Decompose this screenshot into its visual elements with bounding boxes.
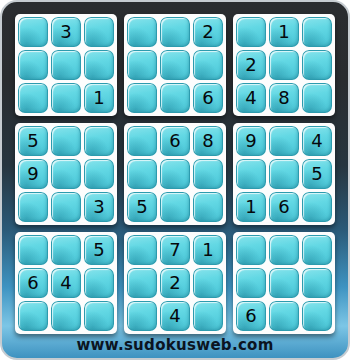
sudoku-cell-empty[interactable] — [84, 159, 114, 189]
sudoku-cell-empty[interactable] — [127, 268, 157, 298]
sudoku-cell-given[interactable]: 5 — [302, 159, 332, 189]
sudoku-cell-empty[interactable] — [127, 301, 157, 331]
sudoku-cell-empty[interactable] — [160, 192, 190, 222]
sudoku-cell-given[interactable]: 9 — [18, 159, 48, 189]
sudoku-cell-empty[interactable] — [84, 50, 114, 80]
sudoku-cell-empty[interactable] — [302, 192, 332, 222]
sudoku-cell-empty[interactable] — [160, 159, 190, 189]
sudoku-cell-given[interactable]: 9 — [236, 126, 266, 156]
sudoku-cell-empty[interactable] — [269, 50, 299, 80]
sudoku-cell-given[interactable]: 1 — [84, 83, 114, 113]
sudoku-cell-empty[interactable] — [160, 83, 190, 113]
sudoku-cell-empty[interactable] — [269, 268, 299, 298]
sudoku-cell-given[interactable]: 4 — [51, 268, 81, 298]
sudoku-cell-empty[interactable] — [84, 17, 114, 47]
sudoku-box: 7124 — [124, 232, 226, 334]
sudoku-cell-empty[interactable] — [302, 268, 332, 298]
sudoku-box: 26 — [124, 14, 226, 116]
sudoku-cell-empty[interactable] — [160, 17, 190, 47]
sudoku-box: 593 — [15, 123, 117, 225]
sudoku-board: 312612485936859451656471246 www.sudokusw… — [0, 0, 350, 360]
sudoku-cell-given[interactable]: 4 — [160, 301, 190, 331]
sudoku-box: 31 — [15, 14, 117, 116]
sudoku-cell-empty[interactable] — [236, 268, 266, 298]
sudoku-cell-empty[interactable] — [302, 301, 332, 331]
sudoku-cell-empty[interactable] — [193, 50, 223, 80]
sudoku-cell-empty[interactable] — [127, 159, 157, 189]
sudoku-cell-empty[interactable] — [84, 126, 114, 156]
sudoku-cell-given[interactable]: 6 — [236, 301, 266, 331]
sudoku-cell-given[interactable]: 5 — [18, 126, 48, 156]
sudoku-cell-given[interactable]: 2 — [160, 268, 190, 298]
sudoku-cell-given[interactable]: 6 — [193, 83, 223, 113]
sudoku-cell-empty[interactable] — [127, 235, 157, 265]
sudoku-cell-empty[interactable] — [160, 50, 190, 80]
sudoku-cell-given[interactable]: 2 — [236, 50, 266, 80]
sudoku-cell-given[interactable]: 5 — [127, 192, 157, 222]
sudoku-cell-given[interactable]: 6 — [269, 192, 299, 222]
sudoku-cell-given[interactable]: 8 — [269, 83, 299, 113]
sudoku-cell-empty[interactable] — [193, 301, 223, 331]
sudoku-cell-given[interactable]: 8 — [193, 126, 223, 156]
sudoku-cell-empty[interactable] — [18, 83, 48, 113]
sudoku-cell-given[interactable]: 3 — [84, 192, 114, 222]
sudoku-cell-empty[interactable] — [269, 235, 299, 265]
sudoku-cell-empty[interactable] — [302, 50, 332, 80]
sudoku-cell-empty[interactable] — [127, 50, 157, 80]
sudoku-cell-given[interactable]: 4 — [302, 126, 332, 156]
sudoku-cell-empty[interactable] — [51, 83, 81, 113]
sudoku-cell-empty[interactable] — [51, 159, 81, 189]
sudoku-cell-given[interactable]: 4 — [236, 83, 266, 113]
sudoku-cell-given[interactable]: 7 — [160, 235, 190, 265]
sudoku-cell-empty[interactable] — [18, 235, 48, 265]
sudoku-box: 685 — [124, 123, 226, 225]
sudoku-cell-given[interactable]: 2 — [193, 17, 223, 47]
site-url: www.sudokusweb.com — [2, 334, 348, 358]
sudoku-cell-empty[interactable] — [193, 192, 223, 222]
sudoku-cell-empty[interactable] — [193, 268, 223, 298]
sudoku-cell-given[interactable]: 6 — [18, 268, 48, 298]
sudoku-cell-empty[interactable] — [269, 301, 299, 331]
sudoku-cell-empty[interactable] — [236, 159, 266, 189]
sudoku-cell-given[interactable]: 5 — [84, 235, 114, 265]
sudoku-cell-empty[interactable] — [236, 17, 266, 47]
sudoku-cell-empty[interactable] — [127, 83, 157, 113]
sudoku-cell-given[interactable]: 1 — [193, 235, 223, 265]
sudoku-cell-empty[interactable] — [51, 126, 81, 156]
sudoku-cell-empty[interactable] — [18, 50, 48, 80]
sudoku-box: 1248 — [233, 14, 335, 116]
sudoku-cell-empty[interactable] — [269, 159, 299, 189]
sudoku-cell-empty[interactable] — [302, 235, 332, 265]
sudoku-cell-empty[interactable] — [51, 301, 81, 331]
sudoku-cell-empty[interactable] — [51, 192, 81, 222]
sudoku-cell-given[interactable]: 1 — [269, 17, 299, 47]
sudoku-cell-given[interactable]: 3 — [51, 17, 81, 47]
sudoku-cell-empty[interactable] — [51, 50, 81, 80]
sudoku-cell-empty[interactable] — [269, 126, 299, 156]
sudoku-cell-empty[interactable] — [302, 17, 332, 47]
sudoku-cell-given[interactable]: 6 — [160, 126, 190, 156]
sudoku-cell-empty[interactable] — [127, 17, 157, 47]
sudoku-page: 312612485936859451656471246 www.sudokusw… — [0, 0, 350, 360]
sudoku-cell-empty[interactable] — [18, 192, 48, 222]
sudoku-cell-empty[interactable] — [51, 235, 81, 265]
sudoku-cell-empty[interactable] — [127, 126, 157, 156]
sudoku-box: 564 — [15, 232, 117, 334]
sudoku-cell-empty[interactable] — [193, 159, 223, 189]
sudoku-cell-empty[interactable] — [84, 301, 114, 331]
sudoku-box: 94516 — [233, 123, 335, 225]
sudoku-cell-empty[interactable] — [236, 235, 266, 265]
sudoku-grid: 312612485936859451656471246 — [15, 14, 335, 334]
sudoku-cell-empty[interactable] — [84, 268, 114, 298]
sudoku-box: 6 — [233, 232, 335, 334]
sudoku-cell-given[interactable]: 1 — [236, 192, 266, 222]
sudoku-cell-empty[interactable] — [18, 301, 48, 331]
sudoku-cell-empty[interactable] — [18, 17, 48, 47]
sudoku-cell-empty[interactable] — [302, 83, 332, 113]
